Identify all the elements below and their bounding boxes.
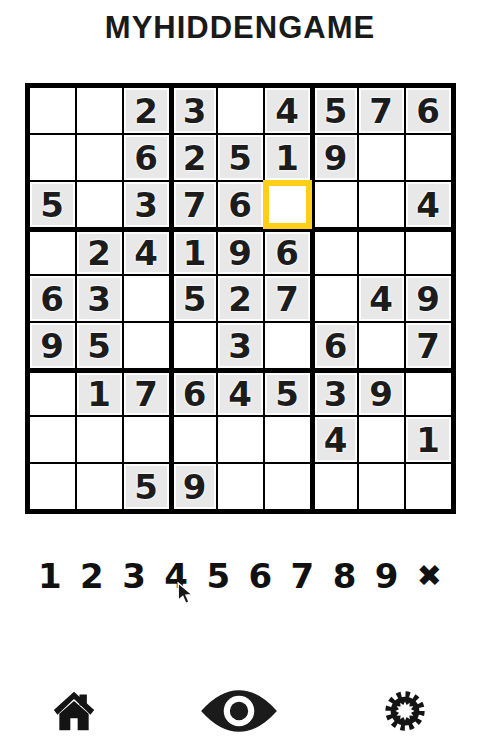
cell-r6c1[interactable]: 9 <box>30 323 75 368</box>
cell-r3c4[interactable]: 7 <box>171 182 216 227</box>
cell-r3c3[interactable]: 3 <box>124 182 169 227</box>
cell-r6c9[interactable]: 7 <box>406 323 451 368</box>
cell-r3c5[interactable]: 6 <box>218 182 263 227</box>
cell-r5c2[interactable]: 3 <box>77 276 122 321</box>
numpad-key-2[interactable]: 2 <box>80 559 104 593</box>
cell-r1c5[interactable] <box>218 88 263 133</box>
cell-r4c5[interactable]: 9 <box>218 229 263 274</box>
cell-r7c7[interactable]: 3 <box>312 370 357 415</box>
numpad-key-7[interactable]: 7 <box>291 559 315 593</box>
cell-r7c5[interactable]: 4 <box>218 370 263 415</box>
cell-r2c6[interactable]: 1 <box>265 135 310 180</box>
cell-r8c8[interactable] <box>359 417 404 462</box>
bottom-toolbar <box>0 686 480 736</box>
cell-r5c6[interactable]: 7 <box>265 276 310 321</box>
cell-r6c6[interactable] <box>265 323 310 368</box>
cell-r9c4[interactable]: 9 <box>171 464 216 509</box>
cell-r1c8[interactable]: 7 <box>359 88 404 133</box>
home-icon <box>52 689 96 733</box>
cell-r2c8[interactable] <box>359 135 404 180</box>
cell-r9c6[interactable] <box>265 464 310 509</box>
cell-r1c3[interactable]: 2 <box>124 88 169 133</box>
gear-icon <box>382 688 428 734</box>
cell-r3c8[interactable] <box>359 182 404 227</box>
cell-r7c4[interactable]: 6 <box>171 370 216 415</box>
numpad-key-9[interactable]: 9 <box>375 559 399 593</box>
cell-r4c7[interactable] <box>312 229 357 274</box>
cell-r8c9[interactable]: 1 <box>406 417 451 462</box>
sudoku-board: 2345766251953764241966352749953671764539… <box>25 83 456 514</box>
cell-r1c1[interactable] <box>30 88 75 133</box>
cell-r7c2[interactable]: 1 <box>77 370 122 415</box>
cell-r5c1[interactable]: 6 <box>30 276 75 321</box>
cell-r5c7[interactable] <box>312 276 357 321</box>
cell-r5c3[interactable] <box>124 276 169 321</box>
cell-r2c9[interactable] <box>406 135 451 180</box>
cell-r8c1[interactable] <box>30 417 75 462</box>
cell-r2c2[interactable] <box>77 135 122 180</box>
cell-r8c6[interactable] <box>265 417 310 462</box>
cell-r8c7[interactable]: 4 <box>312 417 357 462</box>
cell-r8c2[interactable] <box>77 417 122 462</box>
cell-r6c4[interactable] <box>171 323 216 368</box>
cell-r7c8[interactable]: 9 <box>359 370 404 415</box>
cell-r4c2[interactable]: 2 <box>77 229 122 274</box>
cell-r6c3[interactable] <box>124 323 169 368</box>
cell-r5c9[interactable]: 9 <box>406 276 451 321</box>
cell-r9c8[interactable] <box>359 464 404 509</box>
cell-r7c1[interactable] <box>30 370 75 415</box>
cell-r4c4[interactable]: 1 <box>171 229 216 274</box>
page-title: MYHIDDENGAME <box>0 0 480 46</box>
cell-r6c8[interactable] <box>359 323 404 368</box>
cell-r1c2[interactable] <box>77 88 122 133</box>
cell-r2c5[interactable]: 5 <box>218 135 263 180</box>
cell-r9c1[interactable] <box>30 464 75 509</box>
cell-r3c6[interactable] <box>265 182 310 227</box>
cell-r8c3[interactable] <box>124 417 169 462</box>
numpad-key-4[interactable]: 4 <box>164 559 188 593</box>
home-button[interactable] <box>52 689 96 733</box>
cell-r4c3[interactable]: 4 <box>124 229 169 274</box>
cell-r3c9[interactable]: 4 <box>406 182 451 227</box>
cell-r9c7[interactable] <box>312 464 357 509</box>
cell-r3c1[interactable]: 5 <box>30 182 75 227</box>
cell-r2c1[interactable] <box>30 135 75 180</box>
cell-r7c6[interactable]: 5 <box>265 370 310 415</box>
reveal-button[interactable] <box>199 689 279 733</box>
numpad-key-clear[interactable]: ✖ <box>417 561 442 591</box>
cell-r6c5[interactable]: 3 <box>218 323 263 368</box>
eye-icon <box>199 689 279 733</box>
cell-r3c7[interactable] <box>312 182 357 227</box>
cell-r8c4[interactable] <box>171 417 216 462</box>
cell-r6c7[interactable]: 6 <box>312 323 357 368</box>
cell-r1c6[interactable]: 4 <box>265 88 310 133</box>
cell-r8c5[interactable] <box>218 417 263 462</box>
cell-r1c7[interactable]: 5 <box>312 88 357 133</box>
cell-r3c2[interactable] <box>77 182 122 227</box>
cell-r1c9[interactable]: 6 <box>406 88 451 133</box>
cell-r9c5[interactable] <box>218 464 263 509</box>
cell-r4c6[interactable]: 6 <box>265 229 310 274</box>
numpad-key-5[interactable]: 5 <box>206 559 230 593</box>
numpad-key-8[interactable]: 8 <box>333 559 357 593</box>
numpad-key-6[interactable]: 6 <box>248 559 272 593</box>
cell-r9c9[interactable] <box>406 464 451 509</box>
cell-r5c4[interactable]: 5 <box>171 276 216 321</box>
numpad-key-1[interactable]: 1 <box>38 559 62 593</box>
cell-r7c9[interactable] <box>406 370 451 415</box>
cell-r2c3[interactable]: 6 <box>124 135 169 180</box>
cell-r5c8[interactable]: 4 <box>359 276 404 321</box>
cell-r9c2[interactable] <box>77 464 122 509</box>
cell-r2c4[interactable]: 2 <box>171 135 216 180</box>
cell-r4c9[interactable] <box>406 229 451 274</box>
cell-r1c4[interactable]: 3 <box>171 88 216 133</box>
cell-r4c1[interactable] <box>30 229 75 274</box>
settings-button[interactable] <box>382 688 428 734</box>
cell-r5c5[interactable]: 2 <box>218 276 263 321</box>
cell-r4c8[interactable] <box>359 229 404 274</box>
cell-r6c2[interactable]: 5 <box>77 323 122 368</box>
cell-r9c3[interactable]: 5 <box>124 464 169 509</box>
cell-r7c3[interactable]: 7 <box>124 370 169 415</box>
cell-r2c7[interactable]: 9 <box>312 135 357 180</box>
number-pad: 1 2 3 4 5 6 7 8 9 ✖ <box>0 554 480 598</box>
numpad-key-3[interactable]: 3 <box>122 559 146 593</box>
